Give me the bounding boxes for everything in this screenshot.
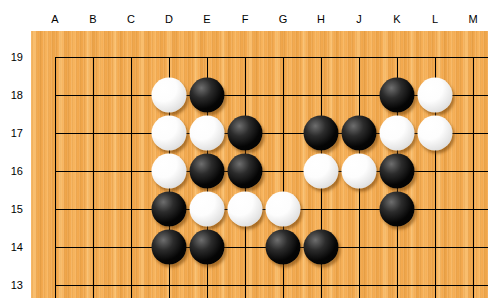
column-label-C: C: [127, 14, 135, 25]
stone-black-G14: [266, 230, 301, 265]
column-label-M: M: [468, 14, 477, 25]
stone-black-D14: [152, 230, 187, 265]
intersection-K19[interactable]: [378, 38, 416, 76]
board-grid: [36, 38, 488, 298]
stone-black-E16: [190, 154, 225, 189]
column-label-L: L: [432, 14, 438, 25]
intersection-D18[interactable]: [150, 76, 188, 114]
stone-white-H16: [304, 154, 339, 189]
intersection-B13[interactable]: [74, 266, 112, 298]
intersection-J19[interactable]: [340, 38, 378, 76]
row-label-15: 15: [0, 204, 23, 215]
intersection-F19[interactable]: [226, 38, 264, 76]
intersection-G18[interactable]: [264, 76, 302, 114]
stone-white-E17: [190, 116, 225, 151]
intersection-A18[interactable]: [36, 76, 74, 114]
intersection-L13[interactable]: [416, 266, 454, 298]
intersection-D17[interactable]: [150, 114, 188, 152]
intersection-J15[interactable]: [340, 190, 378, 228]
intersection-K15[interactable]: [378, 190, 416, 228]
row-label-13: 13: [0, 280, 23, 291]
stone-black-F16: [228, 154, 263, 189]
intersection-L18[interactable]: [416, 76, 454, 114]
intersection-C15[interactable]: [112, 190, 150, 228]
intersection-F17[interactable]: [226, 114, 264, 152]
intersection-K16[interactable]: [378, 152, 416, 190]
intersection-A19[interactable]: [36, 38, 74, 76]
intersection-E13[interactable]: [188, 266, 226, 298]
stone-white-L18: [418, 78, 453, 113]
intersection-E17[interactable]: [188, 114, 226, 152]
intersection-C14[interactable]: [112, 228, 150, 266]
intersection-A17[interactable]: [36, 114, 74, 152]
column-label-D: D: [165, 14, 173, 25]
intersection-E15[interactable]: [188, 190, 226, 228]
stone-black-K18: [380, 78, 415, 113]
row-label-18: 18: [0, 90, 23, 101]
intersection-G14[interactable]: [264, 228, 302, 266]
intersection-K17[interactable]: [378, 114, 416, 152]
stone-white-L17: [418, 116, 453, 151]
stone-white-J16: [342, 154, 377, 189]
intersection-M14[interactable]: [454, 228, 488, 266]
stone-white-D16: [152, 154, 187, 189]
intersection-H14[interactable]: [302, 228, 340, 266]
stone-black-H17: [304, 116, 339, 151]
stone-black-E18: [190, 78, 225, 113]
stone-white-E15: [190, 192, 225, 227]
stone-black-H14: [304, 230, 339, 265]
intersection-G16[interactable]: [264, 152, 302, 190]
intersection-D15[interactable]: [150, 190, 188, 228]
column-label-A: A: [51, 14, 58, 25]
intersection-E14[interactable]: [188, 228, 226, 266]
intersection-K14[interactable]: [378, 228, 416, 266]
intersection-H17[interactable]: [302, 114, 340, 152]
row-label-17: 17: [0, 128, 23, 139]
intersection-H16[interactable]: [302, 152, 340, 190]
intersection-E19[interactable]: [188, 38, 226, 76]
intersection-H15[interactable]: [302, 190, 340, 228]
intersection-M19[interactable]: [454, 38, 488, 76]
intersection-E16[interactable]: [188, 152, 226, 190]
go-board[interactable]: [31, 31, 488, 298]
intersection-M16[interactable]: [454, 152, 488, 190]
intersection-B17[interactable]: [74, 114, 112, 152]
intersection-G13[interactable]: [264, 266, 302, 298]
row-label-14: 14: [0, 242, 23, 253]
stone-black-K15: [380, 192, 415, 227]
intersection-F14[interactable]: [226, 228, 264, 266]
intersection-H13[interactable]: [302, 266, 340, 298]
intersection-B14[interactable]: [74, 228, 112, 266]
intersection-B19[interactable]: [74, 38, 112, 76]
stone-black-J17: [342, 116, 377, 151]
intersection-C19[interactable]: [112, 38, 150, 76]
stone-white-D17: [152, 116, 187, 151]
column-label-E: E: [203, 14, 210, 25]
column-label-J: J: [356, 14, 362, 25]
intersection-A13[interactable]: [36, 266, 74, 298]
intersection-A14[interactable]: [36, 228, 74, 266]
intersection-J17[interactable]: [340, 114, 378, 152]
intersection-F18[interactable]: [226, 76, 264, 114]
intersection-A16[interactable]: [36, 152, 74, 190]
stone-white-G15: [266, 192, 301, 227]
intersection-D16[interactable]: [150, 152, 188, 190]
intersection-J13[interactable]: [340, 266, 378, 298]
intersection-L15[interactable]: [416, 190, 454, 228]
intersection-A15[interactable]: [36, 190, 74, 228]
intersection-M18[interactable]: [454, 76, 488, 114]
intersection-B18[interactable]: [74, 76, 112, 114]
intersection-F15[interactable]: [226, 190, 264, 228]
intersection-M17[interactable]: [454, 114, 488, 152]
intersection-J16[interactable]: [340, 152, 378, 190]
intersection-M13[interactable]: [454, 266, 488, 298]
intersection-B16[interactable]: [74, 152, 112, 190]
intersection-C16[interactable]: [112, 152, 150, 190]
intersection-J18[interactable]: [340, 76, 378, 114]
column-label-F: F: [242, 14, 249, 25]
intersection-L14[interactable]: [416, 228, 454, 266]
intersection-L19[interactable]: [416, 38, 454, 76]
stone-white-K17: [380, 116, 415, 151]
intersection-G17[interactable]: [264, 114, 302, 152]
column-label-G: G: [279, 14, 288, 25]
stone-black-D15: [152, 192, 187, 227]
intersection-M15[interactable]: [454, 190, 488, 228]
intersection-K18[interactable]: [378, 76, 416, 114]
intersection-D13[interactable]: [150, 266, 188, 298]
intersection-L16[interactable]: [416, 152, 454, 190]
column-label-B: B: [89, 14, 96, 25]
stone-white-D18: [152, 78, 187, 113]
intersection-F16[interactable]: [226, 152, 264, 190]
stone-black-K16: [380, 154, 415, 189]
column-label-H: H: [317, 14, 325, 25]
stone-white-F15: [228, 192, 263, 227]
intersection-L17[interactable]: [416, 114, 454, 152]
intersection-D14[interactable]: [150, 228, 188, 266]
intersection-C18[interactable]: [112, 76, 150, 114]
row-label-16: 16: [0, 166, 23, 177]
stone-black-E14: [190, 230, 225, 265]
row-label-19: 19: [0, 52, 23, 63]
intersection-C17[interactable]: [112, 114, 150, 152]
intersection-H18[interactable]: [302, 76, 340, 114]
intersection-G19[interactable]: [264, 38, 302, 76]
intersection-J14[interactable]: [340, 228, 378, 266]
stone-black-F17: [228, 116, 263, 151]
intersection-E18[interactable]: [188, 76, 226, 114]
intersection-F13[interactable]: [226, 266, 264, 298]
intersection-B15[interactable]: [74, 190, 112, 228]
intersection-H19[interactable]: [302, 38, 340, 76]
column-label-K: K: [393, 14, 400, 25]
intersection-G15[interactable]: [264, 190, 302, 228]
intersection-D19[interactable]: [150, 38, 188, 76]
intersection-K13[interactable]: [378, 266, 416, 298]
intersection-C13[interactable]: [112, 266, 150, 298]
go-board-screenshot: ABCDEFGHJKLM 19181716151413: [0, 0, 488, 298]
